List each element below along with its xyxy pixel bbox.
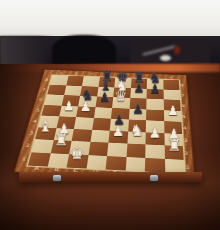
white-pawn-g3[interactable]: ♟ bbox=[146, 123, 164, 140]
white-rook-glyph: ♜ bbox=[54, 132, 68, 148]
file-label-back-f: F bbox=[131, 73, 147, 79]
white-pawn-glyph: ♟ bbox=[80, 100, 92, 113]
white-pawn-b5[interactable]: ♟ bbox=[60, 97, 77, 113]
black-pawn-glyph: ♟ bbox=[133, 82, 144, 94]
file-label-back-g: G bbox=[147, 74, 163, 80]
pieces-layer: ♜♚♜♞♝♞♟♟♞♟♛♟♟♟♟♟♝♟♟♞♟♟♜♜♚ bbox=[15, 70, 194, 181]
black-pawn-glyph: ♟ bbox=[132, 103, 144, 116]
white-pawn-c5[interactable]: ♟ bbox=[77, 97, 94, 113]
white-pawn-h5[interactable]: ♟ bbox=[164, 101, 181, 117]
file-label-back-a: A bbox=[52, 70, 69, 76]
black-pawn-glyph: ♟ bbox=[98, 91, 109, 104]
white-knight-glyph: ♞ bbox=[129, 123, 143, 139]
white-knight-f3[interactable]: ♞ bbox=[127, 122, 145, 139]
chess-board: ABCDEFGH ABCDEFGH 87654321 87654321 ♜♚♜♞… bbox=[14, 69, 196, 181]
white-rook-h2[interactable]: ♜ bbox=[164, 136, 183, 153]
white-bishop-glyph: ♝ bbox=[38, 119, 52, 135]
black-pawn-f7[interactable]: ♟ bbox=[130, 79, 147, 94]
board-scene: ABCDEFGH ABCDEFGH 87654321 87654321 ♜♚♜♞… bbox=[0, 0, 220, 230]
white-pawn-glyph: ♟ bbox=[167, 104, 179, 117]
board-frame: ABCDEFGH ABCDEFGH 87654321 87654321 ♜♚♜♞… bbox=[14, 69, 196, 181]
file-label-back-e: E bbox=[115, 73, 131, 79]
white-pawn-glyph: ♟ bbox=[63, 100, 75, 113]
file-label-back-h: H bbox=[163, 74, 179, 80]
box-front-panel bbox=[19, 172, 202, 183]
black-pawn-g7[interactable]: ♟ bbox=[147, 80, 164, 95]
file-label-back-b: B bbox=[68, 71, 85, 77]
box-latch-right-icon[interactable] bbox=[150, 175, 158, 181]
white-rook-glyph: ♜ bbox=[167, 138, 182, 154]
black-pawn-d6[interactable]: ♟ bbox=[96, 88, 113, 103]
black-pawn-glyph: ♟ bbox=[149, 83, 160, 95]
file-label-back-d: D bbox=[99, 72, 115, 78]
white-queen-e6[interactable]: ♛ bbox=[113, 88, 130, 103]
white-pawn-glyph: ♟ bbox=[149, 126, 161, 140]
white-king-c1[interactable]: ♚ bbox=[68, 145, 87, 163]
file-label-back-c: C bbox=[84, 71, 100, 77]
white-king-glyph: ♚ bbox=[70, 146, 85, 163]
black-pawn-f5[interactable]: ♟ bbox=[129, 100, 146, 116]
box-latch-left-icon[interactable] bbox=[53, 175, 61, 181]
photo-stage: ABCDEFGH ABCDEFGH 87654321 87654321 ♜♚♜♞… bbox=[0, 0, 220, 230]
white-queen-glyph: ♛ bbox=[114, 89, 127, 103]
white-pawn-e3[interactable]: ♟ bbox=[109, 121, 127, 138]
white-pawn-glyph: ♟ bbox=[112, 125, 124, 139]
